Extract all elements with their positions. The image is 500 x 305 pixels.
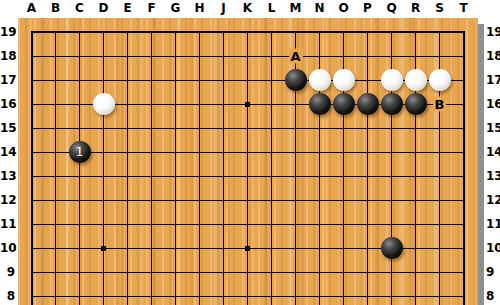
right-coord-10: 10: [486, 240, 500, 256]
grid-line-col-A: [31, 31, 33, 305]
top-coord-T: T: [455, 0, 473, 16]
right-coord-13: 13: [486, 168, 500, 184]
top-coord-L: L: [263, 0, 281, 16]
go-diagram-stage: ABCDEFGHJKLMNOPQRST191918181717161615151…: [0, 0, 500, 305]
left-coord-15: 15: [0, 120, 15, 136]
grid-line-row-14: [31, 152, 465, 153]
stone-white-S17[interactable]: [429, 69, 451, 91]
go-board[interactable]: [18, 18, 478, 305]
grid-line-row-13: [31, 176, 465, 177]
right-coord-17: 17: [486, 72, 500, 88]
grid-line-col-H: [199, 31, 200, 305]
top-coord-Q: Q: [383, 0, 401, 16]
left-coord-11: 11: [0, 216, 15, 232]
stone-white-R17[interactable]: [405, 69, 427, 91]
grid-line-col-J: [223, 31, 224, 305]
left-coord-13: 13: [0, 168, 15, 184]
right-coord-8: 8: [486, 288, 500, 304]
grid-line-row-11: [31, 224, 465, 225]
top-coord-M: M: [287, 0, 305, 16]
label-B-S16: B: [433, 97, 447, 112]
grid-line-col-K: [247, 31, 248, 305]
grid-line-row-9: [31, 272, 465, 273]
stone-white-Q17[interactable]: [381, 69, 403, 91]
left-coord-16: 16: [0, 96, 15, 112]
stone-black-N16[interactable]: [309, 93, 331, 115]
top-coord-E: E: [119, 0, 137, 16]
top-coord-H: H: [191, 0, 209, 16]
top-coord-K: K: [239, 0, 257, 16]
left-coord-9: 9: [0, 264, 15, 280]
left-coord-19: 19: [0, 24, 15, 40]
star-point-K16: [245, 102, 250, 107]
star-point-D10: [101, 246, 106, 251]
right-coord-14: 14: [486, 144, 500, 160]
grid-line-col-T: [463, 31, 465, 305]
stone-black-P16[interactable]: [357, 93, 379, 115]
left-coord-14: 14: [0, 144, 15, 160]
top-coord-G: G: [167, 0, 185, 16]
label-A-M18: A: [288, 49, 302, 64]
stone-black-Q16[interactable]: [381, 93, 403, 115]
grid-line-col-L: [271, 31, 272, 305]
left-coord-17: 17: [0, 72, 15, 88]
star-point-K10: [245, 246, 250, 251]
grid-line-col-P: [367, 31, 368, 305]
top-coord-B: B: [47, 0, 65, 16]
grid-line-col-F: [151, 31, 152, 305]
top-coord-O: O: [335, 0, 353, 16]
top-coord-A: A: [23, 0, 41, 16]
stone-black-Q10[interactable]: [381, 237, 403, 259]
grid-line-col-E: [127, 31, 128, 305]
left-coord-12: 12: [0, 192, 15, 208]
top-coord-J: J: [215, 0, 233, 16]
stone-white-O17[interactable]: [333, 69, 355, 91]
top-coord-S: S: [431, 0, 449, 16]
right-coord-11: 11: [486, 216, 500, 232]
grid-line-col-D: [103, 31, 104, 305]
top-coord-R: R: [407, 0, 425, 16]
top-coord-P: P: [359, 0, 377, 16]
right-coord-12: 12: [486, 192, 500, 208]
left-coord-10: 10: [0, 240, 15, 256]
grid-line-row-12: [31, 200, 465, 201]
stone-black-C14[interactable]: 1: [69, 141, 91, 163]
right-coord-18: 18: [486, 48, 500, 64]
right-coord-9: 9: [486, 264, 500, 280]
grid-line-col-B: [55, 31, 56, 305]
grid-line-row-15: [31, 128, 465, 129]
stone-black-R16[interactable]: [405, 93, 427, 115]
grid-line-row-19: [31, 31, 465, 33]
move-number-1: 1: [76, 146, 84, 158]
stone-white-N17[interactable]: [309, 69, 331, 91]
stone-black-M17[interactable]: [285, 69, 307, 91]
top-coord-D: D: [95, 0, 113, 16]
top-coord-C: C: [71, 0, 89, 16]
top-coord-N: N: [311, 0, 329, 16]
grid-line-row-18: [31, 56, 465, 57]
grid-line-row-8: [31, 296, 465, 297]
top-coord-F: F: [143, 0, 161, 16]
left-coord-18: 18: [0, 48, 15, 64]
stone-black-O16[interactable]: [333, 93, 355, 115]
grid-line-col-G: [175, 31, 176, 305]
stone-white-D16[interactable]: [93, 93, 115, 115]
right-coord-16: 16: [486, 96, 500, 112]
left-coord-8: 8: [0, 288, 15, 304]
grid-line-col-C: [79, 31, 80, 305]
right-coord-15: 15: [486, 120, 500, 136]
right-coord-19: 19: [486, 24, 500, 40]
